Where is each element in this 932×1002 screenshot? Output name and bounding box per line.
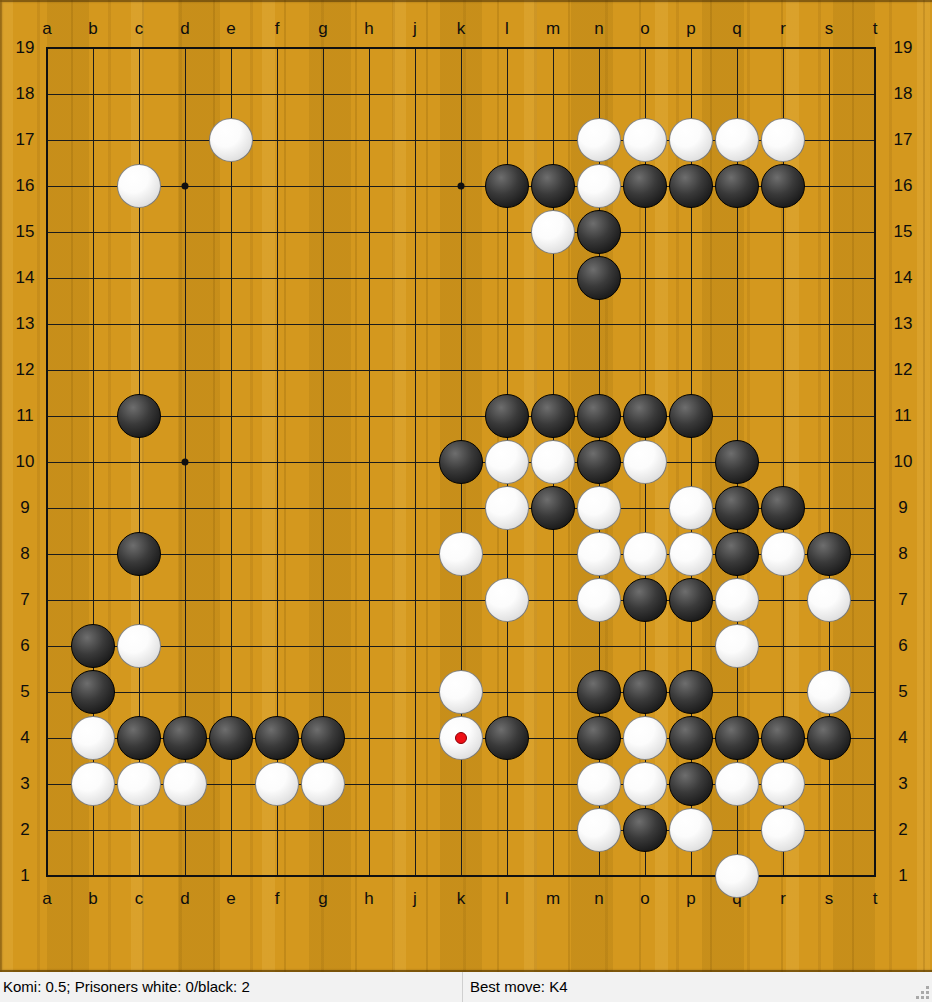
cell-b3[interactable] [70, 761, 116, 807]
cell-c2[interactable] [116, 807, 162, 853]
cell-f11[interactable] [254, 393, 300, 439]
cell-d19[interactable] [162, 25, 208, 71]
cell-h7[interactable] [346, 577, 392, 623]
cell-b14[interactable] [70, 255, 116, 301]
cell-p2[interactable] [668, 807, 714, 853]
white-stone-q7[interactable] [715, 578, 759, 622]
black-stone-n5[interactable] [577, 670, 621, 714]
black-stone-p4[interactable] [669, 716, 713, 760]
cell-l1[interactable] [484, 853, 530, 899]
cell-o11[interactable] [622, 393, 668, 439]
cell-s9[interactable] [806, 485, 852, 531]
cell-r11[interactable] [760, 393, 806, 439]
cell-m5[interactable] [530, 669, 576, 715]
cell-l7[interactable] [484, 577, 530, 623]
cell-f12[interactable] [254, 347, 300, 393]
black-stone-m16[interactable] [531, 164, 575, 208]
black-stone-b6[interactable] [71, 624, 115, 668]
black-stone-p16[interactable] [669, 164, 713, 208]
white-stone-o4[interactable] [623, 716, 667, 760]
cell-f3[interactable] [254, 761, 300, 807]
cell-b2[interactable] [70, 807, 116, 853]
cell-j10[interactable] [392, 439, 438, 485]
cell-n8[interactable] [576, 531, 622, 577]
black-stone-l4[interactable] [485, 716, 529, 760]
cell-q18[interactable] [714, 71, 760, 117]
cell-k11[interactable] [438, 393, 484, 439]
cell-q8[interactable] [714, 531, 760, 577]
cell-t10[interactable] [852, 439, 898, 485]
cell-m12[interactable] [530, 347, 576, 393]
cell-a9[interactable] [24, 485, 70, 531]
cell-l6[interactable] [484, 623, 530, 669]
cell-g13[interactable] [300, 301, 346, 347]
black-stone-d4[interactable] [163, 716, 207, 760]
cell-h16[interactable] [346, 163, 392, 209]
white-stone-b3[interactable] [71, 762, 115, 806]
cell-e7[interactable] [208, 577, 254, 623]
white-stone-d3[interactable] [163, 762, 207, 806]
black-stone-c11[interactable] [117, 394, 161, 438]
cell-e13[interactable] [208, 301, 254, 347]
black-stone-o16[interactable] [623, 164, 667, 208]
cell-c16[interactable] [116, 163, 162, 209]
cell-j13[interactable] [392, 301, 438, 347]
cell-j1[interactable] [392, 853, 438, 899]
cell-d4[interactable] [162, 715, 208, 761]
cell-t13[interactable] [852, 301, 898, 347]
white-stone-n17[interactable] [577, 118, 621, 162]
cell-k1[interactable] [438, 853, 484, 899]
white-stone-k8[interactable] [439, 532, 483, 576]
cell-c1[interactable] [116, 853, 162, 899]
cell-q12[interactable] [714, 347, 760, 393]
cell-a6[interactable] [24, 623, 70, 669]
cell-e4[interactable] [208, 715, 254, 761]
cell-f18[interactable] [254, 71, 300, 117]
black-stone-n11[interactable] [577, 394, 621, 438]
white-stone-o3[interactable] [623, 762, 667, 806]
cell-n4[interactable] [576, 715, 622, 761]
cell-p19[interactable] [668, 25, 714, 71]
cell-r6[interactable] [760, 623, 806, 669]
cell-j16[interactable] [392, 163, 438, 209]
white-stone-k5[interactable] [439, 670, 483, 714]
cell-j8[interactable] [392, 531, 438, 577]
cell-p18[interactable] [668, 71, 714, 117]
cell-m14[interactable] [530, 255, 576, 301]
cell-r13[interactable] [760, 301, 806, 347]
cell-g14[interactable] [300, 255, 346, 301]
cell-k10[interactable] [438, 439, 484, 485]
cell-k7[interactable] [438, 577, 484, 623]
cell-b18[interactable] [70, 71, 116, 117]
cell-e14[interactable] [208, 255, 254, 301]
white-stone-c3[interactable] [117, 762, 161, 806]
cell-a14[interactable] [24, 255, 70, 301]
black-stone-p11[interactable] [669, 394, 713, 438]
cell-j12[interactable] [392, 347, 438, 393]
cell-s7[interactable] [806, 577, 852, 623]
cell-k2[interactable] [438, 807, 484, 853]
cell-d8[interactable] [162, 531, 208, 577]
cell-m10[interactable] [530, 439, 576, 485]
cell-m18[interactable] [530, 71, 576, 117]
stones-grid[interactable] [24, 25, 898, 899]
cell-k3[interactable] [438, 761, 484, 807]
black-stone-l11[interactable] [485, 394, 529, 438]
cell-a1[interactable] [24, 853, 70, 899]
cell-l17[interactable] [484, 117, 530, 163]
cell-t12[interactable] [852, 347, 898, 393]
cell-p17[interactable] [668, 117, 714, 163]
cell-n6[interactable] [576, 623, 622, 669]
black-stone-q4[interactable] [715, 716, 759, 760]
cell-n18[interactable] [576, 71, 622, 117]
cell-r18[interactable] [760, 71, 806, 117]
cell-h12[interactable] [346, 347, 392, 393]
white-stone-l7[interactable] [485, 578, 529, 622]
cell-d9[interactable] [162, 485, 208, 531]
cell-e8[interactable] [208, 531, 254, 577]
cell-r8[interactable] [760, 531, 806, 577]
cell-r3[interactable] [760, 761, 806, 807]
cell-e11[interactable] [208, 393, 254, 439]
black-stone-e4[interactable] [209, 716, 253, 760]
cell-j15[interactable] [392, 209, 438, 255]
cell-p9[interactable] [668, 485, 714, 531]
white-stone-n7[interactable] [577, 578, 621, 622]
white-stone-q3[interactable] [715, 762, 759, 806]
cell-a2[interactable] [24, 807, 70, 853]
cell-e3[interactable] [208, 761, 254, 807]
cell-l8[interactable] [484, 531, 530, 577]
cell-o6[interactable] [622, 623, 668, 669]
cell-b15[interactable] [70, 209, 116, 255]
cell-j18[interactable] [392, 71, 438, 117]
cell-p3[interactable] [668, 761, 714, 807]
cell-n11[interactable] [576, 393, 622, 439]
black-stone-b5[interactable] [71, 670, 115, 714]
black-stone-k10[interactable] [439, 440, 483, 484]
cell-a4[interactable] [24, 715, 70, 761]
cell-h13[interactable] [346, 301, 392, 347]
cell-j4[interactable] [392, 715, 438, 761]
cell-k17[interactable] [438, 117, 484, 163]
cell-s3[interactable] [806, 761, 852, 807]
cell-h9[interactable] [346, 485, 392, 531]
cell-e19[interactable] [208, 25, 254, 71]
cell-o2[interactable] [622, 807, 668, 853]
cell-o12[interactable] [622, 347, 668, 393]
cell-s16[interactable] [806, 163, 852, 209]
cell-h14[interactable] [346, 255, 392, 301]
cell-o19[interactable] [622, 25, 668, 71]
black-stone-p3[interactable] [669, 762, 713, 806]
white-stone-n3[interactable] [577, 762, 621, 806]
cell-k19[interactable] [438, 25, 484, 71]
cell-o9[interactable] [622, 485, 668, 531]
cell-a11[interactable] [24, 393, 70, 439]
cell-g16[interactable] [300, 163, 346, 209]
black-stone-o2[interactable] [623, 808, 667, 852]
cell-s5[interactable] [806, 669, 852, 715]
cell-j6[interactable] [392, 623, 438, 669]
white-stone-l9[interactable] [485, 486, 529, 530]
white-stone-c16[interactable] [117, 164, 161, 208]
cell-s17[interactable] [806, 117, 852, 163]
cell-s11[interactable] [806, 393, 852, 439]
cell-q19[interactable] [714, 25, 760, 71]
cell-o13[interactable] [622, 301, 668, 347]
cell-s13[interactable] [806, 301, 852, 347]
cell-c11[interactable] [116, 393, 162, 439]
cell-h1[interactable] [346, 853, 392, 899]
cell-a16[interactable] [24, 163, 70, 209]
black-stone-r9[interactable] [761, 486, 805, 530]
cell-s18[interactable] [806, 71, 852, 117]
black-stone-g4[interactable] [301, 716, 345, 760]
cell-k8[interactable] [438, 531, 484, 577]
cell-c4[interactable] [116, 715, 162, 761]
white-stone-l10[interactable] [485, 440, 529, 484]
cell-j7[interactable] [392, 577, 438, 623]
cell-o15[interactable] [622, 209, 668, 255]
cell-m4[interactable] [530, 715, 576, 761]
cell-n16[interactable] [576, 163, 622, 209]
cell-l4[interactable] [484, 715, 530, 761]
cell-p5[interactable] [668, 669, 714, 715]
cell-r9[interactable] [760, 485, 806, 531]
cell-g2[interactable] [300, 807, 346, 853]
go-board[interactable]: aabbccddeeffgghhjjkkllmmnnooppqqrrsstt19… [0, 0, 932, 972]
cell-t4[interactable] [852, 715, 898, 761]
cell-m13[interactable] [530, 301, 576, 347]
cell-g18[interactable] [300, 71, 346, 117]
cell-l5[interactable] [484, 669, 530, 715]
cell-f13[interactable] [254, 301, 300, 347]
cell-g1[interactable] [300, 853, 346, 899]
cell-m1[interactable] [530, 853, 576, 899]
cell-e1[interactable] [208, 853, 254, 899]
black-stone-m11[interactable] [531, 394, 575, 438]
cell-t11[interactable] [852, 393, 898, 439]
cell-c10[interactable] [116, 439, 162, 485]
cell-p7[interactable] [668, 577, 714, 623]
cell-g4[interactable] [300, 715, 346, 761]
cell-r14[interactable] [760, 255, 806, 301]
cell-e6[interactable] [208, 623, 254, 669]
cell-m19[interactable] [530, 25, 576, 71]
black-stone-q10[interactable] [715, 440, 759, 484]
cell-e18[interactable] [208, 71, 254, 117]
white-stone-q17[interactable] [715, 118, 759, 162]
cell-l12[interactable] [484, 347, 530, 393]
cell-o5[interactable] [622, 669, 668, 715]
cell-c15[interactable] [116, 209, 162, 255]
cell-g15[interactable] [300, 209, 346, 255]
cell-b10[interactable] [70, 439, 116, 485]
cell-f2[interactable] [254, 807, 300, 853]
cell-m3[interactable] [530, 761, 576, 807]
cell-l10[interactable] [484, 439, 530, 485]
cell-m9[interactable] [530, 485, 576, 531]
cell-k6[interactable] [438, 623, 484, 669]
cell-g9[interactable] [300, 485, 346, 531]
cell-q17[interactable] [714, 117, 760, 163]
cell-t9[interactable] [852, 485, 898, 531]
black-stone-l16[interactable] [485, 164, 529, 208]
cell-e16[interactable] [208, 163, 254, 209]
cell-n2[interactable] [576, 807, 622, 853]
cell-d5[interactable] [162, 669, 208, 715]
cell-q13[interactable] [714, 301, 760, 347]
white-stone-e17[interactable] [209, 118, 253, 162]
cell-j5[interactable] [392, 669, 438, 715]
cell-b13[interactable] [70, 301, 116, 347]
cell-e2[interactable] [208, 807, 254, 853]
cell-d14[interactable] [162, 255, 208, 301]
white-stone-n2[interactable] [577, 808, 621, 852]
cell-m15[interactable] [530, 209, 576, 255]
cell-b9[interactable] [70, 485, 116, 531]
cell-r2[interactable] [760, 807, 806, 853]
white-stone-s5[interactable] [807, 670, 851, 714]
cell-n13[interactable] [576, 301, 622, 347]
cell-m8[interactable] [530, 531, 576, 577]
cell-p4[interactable] [668, 715, 714, 761]
cell-d3[interactable] [162, 761, 208, 807]
cell-n3[interactable] [576, 761, 622, 807]
cell-b7[interactable] [70, 577, 116, 623]
white-stone-m10[interactable] [531, 440, 575, 484]
cell-t7[interactable] [852, 577, 898, 623]
white-stone-o17[interactable] [623, 118, 667, 162]
cell-s10[interactable] [806, 439, 852, 485]
cell-e10[interactable] [208, 439, 254, 485]
cell-n12[interactable] [576, 347, 622, 393]
cell-f16[interactable] [254, 163, 300, 209]
white-stone-p17[interactable] [669, 118, 713, 162]
cell-r15[interactable] [760, 209, 806, 255]
cell-c18[interactable] [116, 71, 162, 117]
cell-t15[interactable] [852, 209, 898, 255]
cell-n14[interactable] [576, 255, 622, 301]
cell-c5[interactable] [116, 669, 162, 715]
cell-h8[interactable] [346, 531, 392, 577]
cell-d13[interactable] [162, 301, 208, 347]
cell-e17[interactable] [208, 117, 254, 163]
cell-a19[interactable] [24, 25, 70, 71]
cell-c19[interactable] [116, 25, 162, 71]
cell-o7[interactable] [622, 577, 668, 623]
cell-s2[interactable] [806, 807, 852, 853]
white-stone-r17[interactable] [761, 118, 805, 162]
cell-m17[interactable] [530, 117, 576, 163]
cell-k9[interactable] [438, 485, 484, 531]
cell-o17[interactable] [622, 117, 668, 163]
white-stone-r8[interactable] [761, 532, 805, 576]
cell-s15[interactable] [806, 209, 852, 255]
cell-c7[interactable] [116, 577, 162, 623]
cell-o18[interactable] [622, 71, 668, 117]
cell-r16[interactable] [760, 163, 806, 209]
cell-l11[interactable] [484, 393, 530, 439]
cell-d16[interactable] [162, 163, 208, 209]
white-stone-c6[interactable] [117, 624, 161, 668]
cell-n5[interactable] [576, 669, 622, 715]
black-stone-q9[interactable] [715, 486, 759, 530]
cell-f5[interactable] [254, 669, 300, 715]
cell-c17[interactable] [116, 117, 162, 163]
cell-h18[interactable] [346, 71, 392, 117]
cell-l13[interactable] [484, 301, 530, 347]
black-stone-s4[interactable] [807, 716, 851, 760]
cell-h15[interactable] [346, 209, 392, 255]
cell-g11[interactable] [300, 393, 346, 439]
cell-j9[interactable] [392, 485, 438, 531]
cell-d15[interactable] [162, 209, 208, 255]
cell-a17[interactable] [24, 117, 70, 163]
cell-d12[interactable] [162, 347, 208, 393]
cell-k14[interactable] [438, 255, 484, 301]
black-stone-o5[interactable] [623, 670, 667, 714]
cell-q2[interactable] [714, 807, 760, 853]
cell-o3[interactable] [622, 761, 668, 807]
cell-g3[interactable] [300, 761, 346, 807]
cell-e12[interactable] [208, 347, 254, 393]
cell-m11[interactable] [530, 393, 576, 439]
cell-r17[interactable] [760, 117, 806, 163]
cell-f14[interactable] [254, 255, 300, 301]
white-stone-p2[interactable] [669, 808, 713, 852]
cell-j11[interactable] [392, 393, 438, 439]
cell-t3[interactable] [852, 761, 898, 807]
cell-b8[interactable] [70, 531, 116, 577]
cell-e9[interactable] [208, 485, 254, 531]
cell-s6[interactable] [806, 623, 852, 669]
cell-a15[interactable] [24, 209, 70, 255]
cell-m2[interactable] [530, 807, 576, 853]
cell-g8[interactable] [300, 531, 346, 577]
white-stone-o8[interactable] [623, 532, 667, 576]
black-stone-n4[interactable] [577, 716, 621, 760]
cell-f10[interactable] [254, 439, 300, 485]
cell-o8[interactable] [622, 531, 668, 577]
black-stone-s8[interactable] [807, 532, 851, 576]
cell-e5[interactable] [208, 669, 254, 715]
cell-g19[interactable] [300, 25, 346, 71]
cell-o10[interactable] [622, 439, 668, 485]
cell-h11[interactable] [346, 393, 392, 439]
black-stone-n15[interactable] [577, 210, 621, 254]
cell-j3[interactable] [392, 761, 438, 807]
cell-l3[interactable] [484, 761, 530, 807]
cell-o4[interactable] [622, 715, 668, 761]
cell-j2[interactable] [392, 807, 438, 853]
cell-k12[interactable] [438, 347, 484, 393]
cell-f7[interactable] [254, 577, 300, 623]
black-stone-p5[interactable] [669, 670, 713, 714]
cell-r7[interactable] [760, 577, 806, 623]
cell-k15[interactable] [438, 209, 484, 255]
cell-s1[interactable] [806, 853, 852, 899]
cell-l19[interactable] [484, 25, 530, 71]
black-stone-q16[interactable] [715, 164, 759, 208]
cell-p14[interactable] [668, 255, 714, 301]
cell-l16[interactable] [484, 163, 530, 209]
cell-r19[interactable] [760, 25, 806, 71]
